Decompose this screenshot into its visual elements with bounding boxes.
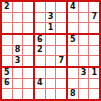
cell-r7c4[interactable] xyxy=(35,68,45,78)
cell-r5c4[interactable]: 2 xyxy=(35,46,45,56)
cell-r6c6[interactable]: 7 xyxy=(56,56,66,66)
cell-r9c6[interactable] xyxy=(56,89,66,99)
cell-r3c3[interactable] xyxy=(23,23,33,33)
cell-r1c7[interactable]: 4 xyxy=(68,2,78,12)
cell-r8c1[interactable]: 6 xyxy=(2,79,12,89)
cell-r6c7[interactable] xyxy=(68,56,78,66)
cell-r6c4[interactable] xyxy=(35,56,45,66)
cell-r6c1[interactable] xyxy=(2,56,12,66)
sudoku-box-8: 4 xyxy=(35,68,66,99)
cell-r3c5[interactable]: 1 xyxy=(46,23,56,33)
cell-r9c8[interactable] xyxy=(79,89,89,99)
cell-r4c9[interactable] xyxy=(89,35,99,45)
cell-r3c6[interactable] xyxy=(56,23,66,33)
cell-r4c8[interactable] xyxy=(79,35,89,45)
cell-r6c9[interactable] xyxy=(89,56,99,66)
cell-r1c2[interactable] xyxy=(13,2,23,12)
cell-r4c4[interactable]: 6 xyxy=(35,35,45,45)
cell-r1c9[interactable] xyxy=(89,2,99,12)
sudoku-box-4: 83 xyxy=(2,35,33,66)
cell-r7c5[interactable] xyxy=(46,68,56,78)
cell-r7c1[interactable]: 5 xyxy=(2,68,12,78)
cell-r6c2[interactable]: 3 xyxy=(13,56,23,66)
cell-r4c1[interactable] xyxy=(2,35,12,45)
cell-r3c9[interactable] xyxy=(89,23,99,33)
cell-r2c6[interactable] xyxy=(56,13,66,23)
cell-r5c8[interactable] xyxy=(79,46,89,56)
cell-r4c2[interactable] xyxy=(13,35,23,45)
cell-r4c3[interactable] xyxy=(23,35,33,45)
sudoku-box-9: 318 xyxy=(68,68,99,99)
cell-r5c2[interactable]: 8 xyxy=(13,46,23,56)
cell-r5c3[interactable] xyxy=(23,46,33,56)
cell-r3c7[interactable] xyxy=(68,23,78,33)
cell-r3c4[interactable] xyxy=(35,23,45,33)
cell-r5c1[interactable] xyxy=(2,46,12,56)
cell-r8c4[interactable]: 4 xyxy=(35,79,45,89)
cell-r1c4[interactable] xyxy=(35,2,45,12)
cell-r7c8[interactable]: 3 xyxy=(79,68,89,78)
cell-r1c6[interactable] xyxy=(56,2,66,12)
cell-r2c3[interactable] xyxy=(23,13,33,23)
cell-r5c6[interactable] xyxy=(56,46,66,56)
cell-r8c8[interactable] xyxy=(79,79,89,89)
sudoku-box-3: 47 xyxy=(68,2,99,33)
cell-r3c2[interactable] xyxy=(13,23,23,33)
cell-r6c5[interactable] xyxy=(46,56,56,66)
cell-r8c2[interactable] xyxy=(13,79,23,89)
cell-r6c8[interactable] xyxy=(79,56,89,66)
cell-r1c1[interactable]: 2 xyxy=(2,2,12,12)
cell-r7c7[interactable] xyxy=(68,68,78,78)
cell-r9c3[interactable] xyxy=(23,89,33,99)
cell-r1c8[interactable] xyxy=(79,2,89,12)
cell-r1c5[interactable] xyxy=(46,2,56,12)
cell-r3c1[interactable] xyxy=(2,23,12,33)
sudoku-box-7: 56 xyxy=(2,68,33,99)
cell-r7c6[interactable] xyxy=(56,68,66,78)
cell-r8c9[interactable] xyxy=(89,79,99,89)
cell-r7c2[interactable] xyxy=(13,68,23,78)
cell-r4c6[interactable] xyxy=(56,35,66,45)
cell-r2c5[interactable]: 3 xyxy=(46,13,56,23)
cell-r2c1[interactable] xyxy=(2,13,12,23)
cell-r8c3[interactable] xyxy=(23,79,33,89)
cell-r9c5[interactable] xyxy=(46,89,56,99)
cell-r7c3[interactable] xyxy=(23,68,33,78)
cell-r8c6[interactable] xyxy=(56,79,66,89)
cell-r2c2[interactable] xyxy=(13,13,23,23)
cell-r9c9[interactable] xyxy=(89,89,99,99)
cell-r2c4[interactable] xyxy=(35,13,45,23)
cell-r8c5[interactable] xyxy=(46,79,56,89)
cell-r4c5[interactable] xyxy=(46,35,56,45)
cell-r5c7[interactable] xyxy=(68,46,78,56)
cell-r5c5[interactable] xyxy=(46,46,56,56)
cell-r2c8[interactable] xyxy=(79,13,89,23)
cell-r7c9[interactable]: 1 xyxy=(89,68,99,78)
cell-r4c7[interactable]: 5 xyxy=(68,35,78,45)
sudoku-box-5: 627 xyxy=(35,35,66,66)
sudoku-board: 23147836275564318 xyxy=(0,0,101,101)
cell-r2c9[interactable]: 7 xyxy=(89,13,99,23)
cell-r2c7[interactable] xyxy=(68,13,78,23)
cell-r9c4[interactable] xyxy=(35,89,45,99)
sudoku-box-6: 5 xyxy=(68,35,99,66)
cell-r9c1[interactable] xyxy=(2,89,12,99)
cell-r9c2[interactable] xyxy=(13,89,23,99)
cell-r6c3[interactable] xyxy=(23,56,33,66)
cell-r5c9[interactable] xyxy=(89,46,99,56)
cell-r8c7[interactable] xyxy=(68,79,78,89)
sudoku-box-1: 2 xyxy=(2,2,33,33)
cell-r9c7[interactable]: 8 xyxy=(68,89,78,99)
sudoku-box-2: 31 xyxy=(35,2,66,33)
cell-r1c3[interactable] xyxy=(23,2,33,12)
cell-r3c8[interactable] xyxy=(79,23,89,33)
